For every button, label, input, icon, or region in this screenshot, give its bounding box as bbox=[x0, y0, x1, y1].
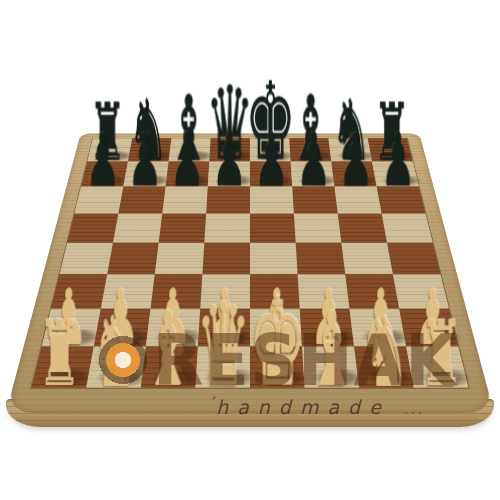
white-rook: ♜ bbox=[419, 310, 462, 400]
square-d4 bbox=[202, 243, 250, 275]
black-pawn: ♟ bbox=[380, 123, 415, 196]
white-rook: ♜ bbox=[38, 310, 81, 400]
square-d1: ♛ bbox=[195, 346, 250, 387]
white-bishop: ♝ bbox=[144, 299, 193, 401]
square-c4 bbox=[155, 243, 205, 275]
square-d7: ♟ bbox=[208, 162, 250, 187]
square-e7: ♟ bbox=[250, 162, 292, 187]
black-pawn: ♟ bbox=[127, 123, 162, 196]
square-c1: ♝ bbox=[141, 346, 198, 387]
square-a4 bbox=[60, 243, 113, 275]
white-knight: ♞ bbox=[91, 304, 137, 400]
square-c5 bbox=[159, 214, 206, 243]
square-a5 bbox=[67, 214, 118, 243]
square-h7: ♟ bbox=[372, 162, 419, 187]
square-c7: ♟ bbox=[166, 162, 210, 187]
white-bishop: ♝ bbox=[307, 299, 356, 401]
white-king: ♚ bbox=[248, 282, 306, 404]
black-pawn: ♟ bbox=[211, 123, 246, 196]
chess-set-photo: ♜♞♝♛♚♝♞♜♟♟♟♟♟♟♟♟♟♟♟♟♟♟♟♟♜♞♝♛♚♝♞♜ RESHAK … bbox=[0, 0, 500, 500]
square-h5 bbox=[382, 214, 433, 243]
square-c6 bbox=[162, 187, 208, 214]
square-a7: ♟ bbox=[81, 162, 128, 187]
square-h4 bbox=[387, 243, 440, 275]
black-pawn: ♟ bbox=[338, 123, 373, 196]
square-f5 bbox=[294, 214, 341, 243]
square-g4 bbox=[341, 243, 393, 275]
square-b5 bbox=[113, 214, 162, 243]
white-queen: ♛ bbox=[195, 287, 250, 402]
square-d6 bbox=[206, 187, 250, 214]
square-b6 bbox=[118, 187, 165, 214]
square-f7: ♟ bbox=[291, 162, 335, 187]
square-g5 bbox=[338, 214, 387, 243]
square-a1: ♜ bbox=[32, 346, 94, 387]
square-g7: ♟ bbox=[331, 162, 376, 187]
square-f1: ♝ bbox=[302, 346, 359, 387]
black-pawn: ♟ bbox=[254, 123, 289, 196]
square-b4 bbox=[107, 243, 159, 275]
square-e1: ♚ bbox=[250, 346, 305, 387]
square-b1: ♞ bbox=[86, 346, 146, 387]
black-pawn: ♟ bbox=[296, 123, 331, 196]
chess-board-squares: ♜♞♝♛♚♝♞♜♟♟♟♟♟♟♟♟♟♟♟♟♟♟♟♟♜♞♝♛♚♝♞♜ bbox=[32, 138, 469, 387]
black-pawn: ♟ bbox=[169, 123, 204, 196]
black-pawn: ♟ bbox=[85, 123, 120, 196]
square-h1: ♜ bbox=[406, 346, 468, 387]
square-e5 bbox=[250, 214, 296, 243]
square-f6 bbox=[292, 187, 338, 214]
square-g6 bbox=[334, 187, 381, 214]
square-a6 bbox=[74, 187, 123, 214]
square-h6 bbox=[377, 187, 426, 214]
square-b7: ♟ bbox=[123, 162, 168, 187]
square-d5 bbox=[204, 214, 250, 243]
white-knight: ♞ bbox=[363, 304, 409, 400]
chess-board: ♜♞♝♛♚♝♞♜♟♟♟♟♟♟♟♟♟♟♟♟♟♟♟♟♜♞♝♛♚♝♞♜ bbox=[6, 134, 494, 413]
square-e6 bbox=[250, 187, 294, 214]
square-g1: ♞ bbox=[354, 346, 414, 387]
